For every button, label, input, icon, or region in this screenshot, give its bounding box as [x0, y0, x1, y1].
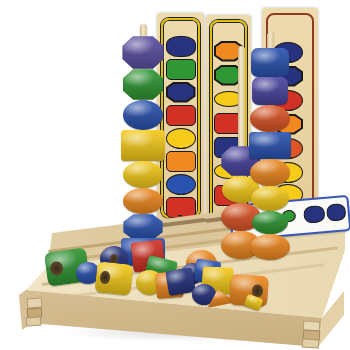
- card-shape-square: [166, 105, 196, 126]
- bead-redorange-sphere: [250, 105, 290, 132]
- bead-green-sphere: [252, 211, 288, 234]
- bead-blue-sphere: [123, 100, 163, 130]
- bead-orange-sphere: [123, 188, 163, 214]
- card-shape-octagon: [166, 82, 196, 103]
- card-shape-fill: [168, 84, 194, 101]
- card-shape-circle: [166, 174, 196, 195]
- bead-hole: [99, 271, 111, 284]
- card-shape-circle: [166, 128, 196, 149]
- bead-purple-faceted: [122, 36, 164, 69]
- bead-hole: [49, 261, 63, 276]
- finger-joint: [26, 316, 42, 326]
- card-shape-round: [166, 36, 196, 57]
- bead-orange-sphere: [250, 159, 290, 186]
- bead-blue-cube: [249, 132, 291, 159]
- bead-indigo-cylinder: [252, 77, 288, 105]
- finger-joint: [302, 338, 320, 348]
- card-shape-round: [303, 204, 325, 223]
- bead-orange-sphere: [250, 234, 290, 260]
- bead-yellow-sphere: [251, 186, 289, 211]
- bead-yellow-sphere: [123, 161, 163, 188]
- bead-green-faceted: [123, 69, 164, 100]
- pattern-card-2: 2: [157, 13, 204, 228]
- card-shape-square: [166, 59, 196, 80]
- bead-blue-faceted: [123, 214, 163, 240]
- bead-yellow-cube: [121, 130, 165, 161]
- card-shape-square: [166, 151, 196, 172]
- bead-blue-cylinder: [251, 48, 289, 77]
- card-shape-round: [326, 203, 346, 222]
- bead-sequencing-toy-photo: 23: [0, 0, 350, 350]
- bead-yellow-cylinder: [94, 261, 133, 296]
